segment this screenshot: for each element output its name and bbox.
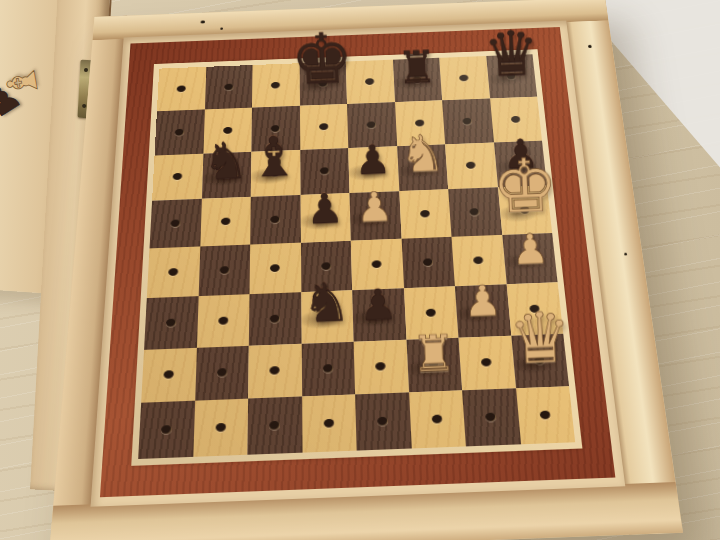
square-b6[interactable]: ♞ [201,151,251,199]
peg-hole [215,423,226,432]
chess-box-tray: ♚♜♛♞♝♟♞♟♟♟♚♟♞♟♟♜♛ [49,0,683,540]
paint-speck [588,45,592,48]
peg-hole [485,413,496,422]
peg-hole [422,258,433,266]
piece-white-knight-f6[interactable]: ♞ [398,127,445,179]
peg-hole [365,78,375,85]
square-f2[interactable]: ♜ [406,337,462,392]
peg-hole [375,362,386,371]
square-c5[interactable] [250,195,300,244]
square-c6[interactable]: ♝ [251,150,300,198]
peg-hole [459,74,469,81]
peg-hole [219,266,229,274]
peg-hole [270,314,280,322]
piece-white-king-h5[interactable]: ♚ [490,147,559,223]
peg-hole [323,364,334,373]
square-f1[interactable] [409,391,466,449]
peg-hole [323,419,334,428]
square-d8[interactable]: ♚ [299,61,347,105]
square-b1[interactable] [193,399,248,457]
peg-hole [168,268,178,276]
peg-hole [270,366,281,375]
peg-hole [269,421,280,430]
square-a8[interactable] [157,67,206,111]
peg-hole [473,256,484,264]
square-c1[interactable] [247,397,302,455]
piece-black-bishop-c6[interactable]: ♝ [249,129,300,185]
square-e1[interactable] [355,393,411,451]
peg-hole [420,210,430,218]
square-g8[interactable] [439,56,489,100]
square-f5[interactable] [399,189,452,238]
peg-hole [319,123,329,130]
peg-hole [431,415,442,424]
square-e2[interactable] [354,339,409,394]
square-e5[interactable]: ♟ [350,191,402,240]
square-d3[interactable]: ♞ [301,290,354,343]
peg-hole [372,260,382,268]
peg-hole [377,417,388,426]
peg-hole [270,216,280,224]
peg-hole [270,264,280,272]
square-b2[interactable] [195,345,249,401]
peg-hole [161,425,172,434]
box-floor: ♚♜♛♞♝♟♞♟♟♟♚♟♞♟♟♜♛ [91,20,626,506]
square-c4[interactable] [250,243,301,294]
piece-white-queen-h2[interactable]: ♛ [507,303,572,375]
piece-black-knight-b6[interactable]: ♞ [201,135,248,187]
peg-hole [463,117,473,124]
square-h8[interactable]: ♛ [486,54,537,98]
peg-hole [173,173,183,180]
square-a4[interactable] [147,246,200,297]
square-h2[interactable]: ♛ [511,333,569,388]
square-d1[interactable] [302,395,357,453]
peg-hole [470,208,480,216]
square-a5[interactable] [150,199,202,248]
square-c3[interactable] [249,292,301,345]
peg-hole [221,218,231,226]
peg-hole [175,128,185,135]
peg-hole [321,262,331,270]
piece-black-knight-d3[interactable]: ♞ [301,275,351,331]
peg-hole [217,369,228,378]
chess-box-scene: ♚♜♛♞♝♟♞♟♟♟♚♟♞♟♟♜♛ [30,0,690,540]
square-b3[interactable] [196,294,249,347]
peg-hole [320,167,330,174]
peg-hole [367,121,377,128]
square-f4[interactable] [401,237,455,288]
square-h1[interactable] [516,387,576,445]
square-d7[interactable] [300,104,349,150]
square-c2[interactable] [248,343,301,399]
square-b5[interactable] [200,197,251,246]
peg-hole [224,83,233,90]
square-a2[interactable] [141,347,196,403]
chess-board: ♚♜♛♞♝♟♞♟♟♟♚♟♞♟♟♜♛ [138,54,575,459]
peg-hole [539,411,551,420]
square-d2[interactable] [301,341,355,397]
piece-black-rook-f8[interactable]: ♜ [396,45,437,91]
piece-black-pawn-d5[interactable]: ♟ [306,188,344,230]
board-inner-frame: ♚♜♛♞♝♟♞♟♟♟♚♟♞♟♟♜♛ [131,49,582,466]
piece-white-pawn-h4[interactable]: ♟ [511,228,550,271]
square-g7[interactable] [442,98,493,144]
piece-black-pawn-e3[interactable]: ♟ [359,284,399,328]
peg-hole [510,115,520,122]
square-d5[interactable]: ♟ [300,193,351,242]
square-a7[interactable] [155,109,205,155]
square-f8[interactable]: ♜ [393,58,443,102]
piece-white-rook-f2[interactable]: ♜ [410,328,456,379]
square-a3[interactable] [144,296,198,349]
board-border: ♚♜♛♞♝♟♞♟♟♟♚♟♞♟♟♜♛ [100,27,615,497]
square-b8[interactable] [204,65,252,109]
piece-white-pawn-e5[interactable]: ♟ [356,186,394,228]
square-g3[interactable]: ♟ [455,284,511,337]
square-a1[interactable] [138,401,195,459]
peg-hole [218,316,228,324]
piece-black-pawn-e6[interactable]: ♟ [354,140,391,181]
peg-hole [425,308,436,316]
square-g1[interactable] [462,389,520,447]
peg-hole [271,82,280,89]
square-h4[interactable]: ♟ [502,233,558,284]
peg-hole [481,358,492,367]
square-b4[interactable] [198,245,250,296]
square-e3[interactable]: ♟ [352,288,406,341]
peg-hole [166,318,177,326]
square-g2[interactable] [458,335,515,390]
square-a6[interactable] [152,153,203,201]
piece-black-queen-h8[interactable]: ♛ [482,23,540,87]
peg-hole [171,220,181,228]
piece-black-king-d8[interactable]: ♚ [289,23,354,95]
peg-hole [164,371,175,380]
square-f6[interactable]: ♞ [397,144,449,191]
peg-hole [466,162,476,169]
piece-white-pawn-g3[interactable]: ♟ [463,280,503,324]
peg-hole [177,85,187,92]
